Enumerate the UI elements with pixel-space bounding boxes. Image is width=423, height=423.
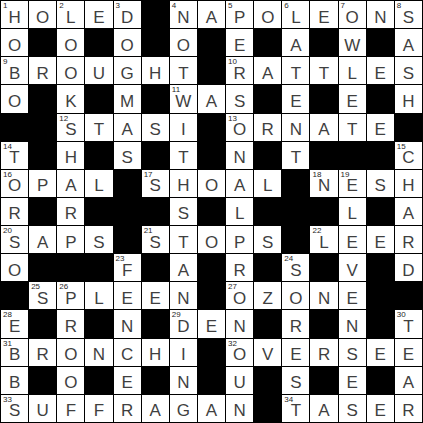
cell-r5c10[interactable]: T — [282, 142, 309, 169]
cell-letter: S — [346, 346, 357, 363]
cell-letter: E — [375, 234, 386, 251]
cell-letter: O — [8, 93, 21, 110]
cell-letter: S — [121, 149, 132, 166]
cell-r2c3[interactable]: U — [85, 57, 112, 84]
cell-r12c1[interactable]: R — [29, 339, 56, 366]
block-r7c5 — [142, 198, 169, 225]
block-r3c11 — [310, 85, 337, 112]
cell-letter: P — [65, 290, 76, 307]
clue-number: 3 — [116, 2, 120, 10]
cell-letter: R — [318, 346, 330, 363]
block-r11c13 — [367, 310, 394, 337]
cell-letter: L — [94, 290, 103, 307]
cell-r8c0[interactable]: 20S — [1, 226, 28, 253]
cell-r9c8[interactable]: R — [226, 254, 253, 281]
block-r13c13 — [367, 367, 394, 394]
cell-r14c1[interactable]: U — [29, 395, 56, 422]
cell-r6c7[interactable]: O — [198, 170, 225, 197]
block-r4c7 — [198, 114, 225, 141]
cell-r8c13[interactable]: E — [367, 226, 394, 253]
cell-r10c6[interactable]: N — [170, 282, 197, 309]
cell-letter: R — [8, 205, 20, 222]
block-r5c13 — [367, 142, 394, 169]
cell-r6c1[interactable]: P — [29, 170, 56, 197]
cell-r9c0[interactable]: O — [1, 254, 28, 281]
cell-r8c5[interactable]: 21S — [142, 226, 169, 253]
cell-r3c8[interactable]: S — [226, 85, 253, 112]
cell-r3c14[interactable]: H — [395, 85, 422, 112]
cell-r14c6[interactable]: G — [170, 395, 197, 422]
cell-letter: T — [94, 121, 104, 138]
cell-r10c2[interactable]: 26P — [57, 282, 84, 309]
cell-letter: H — [402, 93, 414, 110]
clue-number: 20 — [3, 227, 12, 235]
cell-letter: E — [375, 65, 386, 82]
cell-r3c2[interactable]: K — [57, 85, 84, 112]
cell-r6c0[interactable]: 16O — [1, 170, 28, 197]
cell-letter: I — [181, 346, 186, 363]
cell-r5c0[interactable]: 14T — [1, 142, 28, 169]
cell-r14c4[interactable]: R — [114, 395, 141, 422]
cell-r10c8[interactable]: 27O — [226, 282, 253, 309]
cell-r0c0[interactable]: 1H — [1, 1, 28, 28]
clue-number: 28 — [3, 311, 12, 319]
cell-r14c2[interactable]: F — [57, 395, 84, 422]
cell-r14c0[interactable]: 33S — [1, 395, 28, 422]
cell-letter: N — [177, 9, 189, 26]
cell-letter: S — [178, 205, 189, 222]
cell-letter: S — [150, 121, 161, 138]
cell-letter: T — [178, 234, 188, 251]
cell-letter: B — [9, 374, 20, 391]
cell-r2c12[interactable]: L — [339, 57, 366, 84]
clue-number: 17 — [144, 171, 153, 179]
cell-r6c2[interactable]: A — [57, 170, 84, 197]
cell-r2c8[interactable]: 10R — [226, 57, 253, 84]
clue-number: 19 — [341, 171, 350, 179]
block-r9c1 — [29, 254, 56, 281]
cell-letter: O — [346, 9, 359, 26]
cell-r8c7[interactable]: O — [198, 226, 225, 253]
clue-number: 15 — [397, 143, 406, 151]
cell-letter: T — [291, 65, 301, 82]
cell-r10c5[interactable]: E — [142, 282, 169, 309]
cell-letter: H — [149, 65, 161, 82]
cell-letter: S — [403, 9, 414, 26]
cell-r4c4[interactable]: A — [114, 114, 141, 141]
cell-r7c8[interactable]: L — [226, 198, 253, 225]
cell-letter: R — [37, 65, 49, 82]
cell-r13c14[interactable]: A — [395, 367, 422, 394]
cell-r11c6[interactable]: 29D — [170, 310, 197, 337]
cell-r1c14[interactable]: A — [395, 29, 422, 56]
cell-r8c3[interactable]: S — [85, 226, 112, 253]
cell-r7c12[interactable]: L — [339, 198, 366, 225]
cell-letter: R — [65, 318, 77, 335]
cell-r12c6[interactable]: I — [170, 339, 197, 366]
cell-r0c14[interactable]: 8S — [395, 1, 422, 28]
cell-letter: L — [66, 9, 75, 26]
cell-r8c14[interactable]: R — [395, 226, 422, 253]
cell-r13c12[interactable]: E — [339, 367, 366, 394]
block-r1c5 — [142, 29, 169, 56]
block-r11c11 — [310, 310, 337, 337]
cell-r12c4[interactable]: C — [114, 339, 141, 366]
block-r9c11 — [310, 254, 337, 281]
cell-r12c10[interactable]: E — [282, 339, 309, 366]
cell-r10c10[interactable]: O — [282, 282, 309, 309]
cell-r13c8[interactable]: U — [226, 367, 253, 394]
clue-number: 29 — [172, 311, 181, 319]
cell-r10c11[interactable]: N — [310, 282, 337, 309]
cell-r0c8[interactable]: 5P — [226, 1, 253, 28]
cell-r0c10[interactable]: 6L — [282, 1, 309, 28]
cell-r2c1[interactable]: R — [29, 57, 56, 84]
block-r4c14 — [395, 114, 422, 141]
cell-letter: G — [177, 402, 190, 419]
cell-letter: P — [234, 234, 245, 251]
cell-letter: E — [346, 374, 357, 391]
cell-r2c13[interactable]: E — [367, 57, 394, 84]
cell-letter: Z — [263, 290, 273, 307]
cell-r9c14[interactable]: D — [395, 254, 422, 281]
cell-r10c1[interactable]: 25S — [29, 282, 56, 309]
cell-r1c4[interactable]: O — [114, 29, 141, 56]
block-r7c11 — [310, 198, 337, 225]
clue-number: 13 — [228, 115, 237, 123]
cell-r4c11[interactable]: A — [310, 114, 337, 141]
cell-r3c0[interactable]: O — [1, 85, 28, 112]
cell-r14c11[interactable]: A — [310, 395, 337, 422]
cell-letter: S — [290, 374, 301, 391]
block-r1c3 — [85, 29, 112, 56]
cell-letter: O — [233, 290, 246, 307]
cell-r6c9[interactable]: L — [254, 170, 281, 197]
block-r5c1 — [29, 142, 56, 169]
block-r6c10 — [282, 170, 309, 197]
cell-letter: U — [37, 402, 49, 419]
block-r3c1 — [29, 85, 56, 112]
cell-r2c14[interactable]: S — [395, 57, 422, 84]
cell-r14c10[interactable]: 34T — [282, 395, 309, 422]
cell-letter: V — [262, 346, 273, 363]
cell-letter: L — [291, 9, 300, 26]
cell-r2c2[interactable]: O — [57, 57, 84, 84]
cell-r1c8[interactable]: E — [226, 29, 253, 56]
cell-r12c3[interactable]: N — [85, 339, 112, 366]
cell-r6c13[interactable]: S — [367, 170, 394, 197]
block-r10c14 — [395, 282, 422, 309]
cell-r1c2[interactable]: O — [57, 29, 84, 56]
cell-r11c12[interactable]: N — [339, 310, 366, 337]
cell-r14c12[interactable]: S — [339, 395, 366, 422]
cell-r0c6[interactable]: 4N — [170, 1, 197, 28]
cell-r4c5[interactable]: S — [142, 114, 169, 141]
cell-r6c3[interactable]: L — [85, 170, 112, 197]
cell-letter: E — [375, 346, 386, 363]
cell-r14c8[interactable]: N — [226, 395, 253, 422]
cell-r11c4[interactable]: N — [114, 310, 141, 337]
cell-letter: T — [319, 65, 329, 82]
cell-r1c10[interactable]: A — [282, 29, 309, 56]
cell-letter: A — [403, 374, 414, 391]
cell-r5c6[interactable]: T — [170, 142, 197, 169]
cell-letter: S — [37, 290, 48, 307]
cell-r0c3[interactable]: E — [85, 1, 112, 28]
cell-r9c12[interactable]: V — [339, 254, 366, 281]
cell-r12c14[interactable]: E — [395, 339, 422, 366]
cell-letter: L — [347, 205, 356, 222]
cell-r12c13[interactable]: E — [367, 339, 394, 366]
cell-r14c7[interactable]: A — [198, 395, 225, 422]
cell-r8c9[interactable]: S — [254, 226, 281, 253]
clue-number: 16 — [3, 171, 12, 179]
cell-r10c9[interactable]: Z — [254, 282, 281, 309]
cell-letter: E — [290, 346, 301, 363]
cell-r8c12[interactable]: E — [339, 226, 366, 253]
block-r1c7 — [198, 29, 225, 56]
cell-r12c2[interactable]: O — [57, 339, 84, 366]
cell-letter: N — [177, 290, 189, 307]
cell-r14c3[interactable]: F — [85, 395, 112, 422]
cell-r10c12[interactable]: E — [339, 282, 366, 309]
cell-letter: D — [121, 9, 133, 26]
block-r7c10 — [282, 198, 309, 225]
cell-letter: T — [9, 149, 19, 166]
cell-r6c6[interactable]: H — [170, 170, 197, 197]
cell-letter: W — [344, 37, 360, 54]
cell-r12c12[interactable]: S — [339, 339, 366, 366]
cell-r11c14[interactable]: 30T — [395, 310, 422, 337]
cell-letter: R — [233, 65, 245, 82]
clue-number: 18 — [312, 171, 321, 179]
block-r4c0 — [1, 114, 28, 141]
cell-r4c10[interactable]: N — [282, 114, 309, 141]
cell-r3c12[interactable]: E — [339, 85, 366, 112]
cell-r12c11[interactable]: R — [310, 339, 337, 366]
cell-r13c6[interactable]: N — [170, 367, 197, 394]
cell-r8c6[interactable]: T — [170, 226, 197, 253]
clue-number: 34 — [284, 396, 293, 404]
cell-letter: O — [64, 65, 77, 82]
cell-letter: E — [346, 234, 357, 251]
block-r3c3 — [85, 85, 112, 112]
cell-r12c9[interactable]: V — [254, 339, 281, 366]
block-r7c9 — [254, 198, 281, 225]
block-r3c5 — [142, 85, 169, 112]
cell-r11c2[interactable]: R — [57, 310, 84, 337]
cell-r0c1[interactable]: O — [29, 1, 56, 28]
cell-r3c4[interactable]: M — [114, 85, 141, 112]
cell-r4c9[interactable]: R — [254, 114, 281, 141]
cell-letter: E — [346, 93, 357, 110]
cell-r0c7[interactable]: A — [198, 1, 225, 28]
clue-number: 7 — [341, 2, 345, 10]
cell-r4c3[interactable]: T — [85, 114, 112, 141]
cell-r13c2[interactable]: O — [57, 367, 84, 394]
cell-r8c8[interactable]: P — [226, 226, 253, 253]
cell-r14c5[interactable]: A — [142, 395, 169, 422]
cell-r7c0[interactable]: R — [1, 198, 28, 225]
cell-letter: O — [64, 37, 77, 54]
cell-r13c10[interactable]: S — [282, 367, 309, 394]
cell-letter: T — [178, 149, 188, 166]
cell-letter: K — [65, 93, 76, 110]
cell-letter: O — [261, 9, 274, 26]
cell-r13c0[interactable]: B — [1, 367, 28, 394]
cell-r11c0[interactable]: 28E — [1, 310, 28, 337]
cell-letter: E — [346, 290, 357, 307]
cell-letter: H — [65, 149, 77, 166]
cell-r1c6[interactable]: O — [170, 29, 197, 56]
cell-letter: O — [205, 234, 218, 251]
clue-number: 30 — [397, 311, 406, 319]
cell-r12c5[interactable]: H — [142, 339, 169, 366]
cell-r11c8[interactable]: N — [226, 310, 253, 337]
cell-r0c12[interactable]: 7O — [339, 1, 366, 28]
cell-r4c6[interactable]: I — [170, 114, 197, 141]
cell-r8c1[interactable]: A — [29, 226, 56, 253]
block-r13c7 — [198, 367, 225, 394]
block-r9c2 — [57, 254, 84, 281]
cell-letter: S — [150, 177, 161, 194]
cell-letter: E — [9, 318, 20, 335]
cell-letter: A — [65, 177, 76, 194]
cell-letter: U — [93, 65, 105, 82]
cell-letter: A — [178, 262, 189, 279]
cell-letter: V — [346, 262, 357, 279]
cell-r5c2[interactable]: H — [57, 142, 84, 169]
cell-r8c11[interactable]: 22L — [310, 226, 337, 253]
block-r1c9 — [254, 29, 281, 56]
cell-letter: E — [346, 177, 357, 194]
cell-r10c4[interactable]: E — [114, 282, 141, 309]
cell-letter: P — [37, 177, 48, 194]
cell-r6c8[interactable]: A — [226, 170, 253, 197]
cell-r11c7[interactable]: E — [198, 310, 225, 337]
cell-letter: A — [318, 402, 329, 419]
cell-r3c10[interactable]: E — [282, 85, 309, 112]
cell-r1c12[interactable]: W — [339, 29, 366, 56]
cell-letter: O — [233, 346, 246, 363]
cell-r3c6[interactable]: 11W — [170, 85, 197, 112]
block-r11c5 — [142, 310, 169, 337]
cell-r0c9[interactable]: O — [254, 1, 281, 28]
cell-letter: B — [9, 346, 20, 363]
cell-r2c6[interactable]: T — [170, 57, 197, 84]
cell-letter: N — [233, 149, 245, 166]
clue-number: 27 — [228, 283, 237, 291]
cell-r11c10[interactable]: R — [282, 310, 309, 337]
cell-r0c13[interactable]: N — [367, 1, 394, 28]
cell-r10c3[interactable]: L — [85, 282, 112, 309]
cell-r2c5[interactable]: H — [142, 57, 169, 84]
cell-r7c6[interactable]: S — [170, 198, 197, 225]
cell-r8c2[interactable]: P — [57, 226, 84, 253]
block-r5c7 — [198, 142, 225, 169]
cell-r14c13[interactable]: E — [367, 395, 394, 422]
cell-letter: O — [233, 121, 246, 138]
cell-r6c12[interactable]: 19E — [339, 170, 366, 197]
cell-r1c0[interactable]: O — [1, 29, 28, 56]
block-r2c7 — [198, 57, 225, 84]
cell-r9c6[interactable]: A — [170, 254, 197, 281]
cell-r4c2[interactable]: 12S — [57, 114, 84, 141]
cell-r2c10[interactable]: T — [282, 57, 309, 84]
cell-r13c4[interactable]: E — [114, 367, 141, 394]
cell-r12c8[interactable]: 32O — [226, 339, 253, 366]
block-r7c7 — [198, 198, 225, 225]
cell-letter: F — [66, 402, 76, 419]
cell-letter: R — [37, 346, 49, 363]
cell-letter: S — [346, 402, 357, 419]
cell-r6c14[interactable]: H — [395, 170, 422, 197]
cell-letter: T — [403, 318, 413, 335]
cell-letter: O — [120, 37, 133, 54]
cell-letter: B — [9, 65, 20, 82]
cell-r9c10[interactable]: 24S — [282, 254, 309, 281]
clue-number: 1 — [3, 2, 7, 10]
cell-letter: S — [234, 93, 245, 110]
cell-r6c11[interactable]: 18N — [310, 170, 337, 197]
cell-r2c11[interactable]: T — [310, 57, 337, 84]
cell-r5c8[interactable]: N — [226, 142, 253, 169]
cell-r0c11[interactable]: E — [310, 1, 337, 28]
cell-letter: H — [177, 177, 189, 194]
block-r9c3 — [85, 254, 112, 281]
cell-letter: S — [375, 177, 386, 194]
cell-r3c7[interactable]: A — [198, 85, 225, 112]
cell-r0c2[interactable]: 2L — [57, 1, 84, 28]
cell-r4c13[interactable]: E — [367, 114, 394, 141]
cell-r2c0[interactable]: 9B — [1, 57, 28, 84]
cell-letter: H — [149, 346, 161, 363]
cell-letter: R — [233, 262, 245, 279]
cell-r4c8[interactable]: 13O — [226, 114, 253, 141]
cell-letter: A — [403, 37, 414, 54]
cell-r2c9[interactable]: A — [254, 57, 281, 84]
cell-letter: S — [150, 234, 161, 251]
cell-letter: A — [262, 65, 273, 82]
cell-letter: R — [290, 318, 302, 335]
cell-letter: T — [347, 121, 357, 138]
cell-letter: O — [177, 37, 190, 54]
cell-r5c4[interactable]: S — [114, 142, 141, 169]
cell-letter: N — [346, 318, 358, 335]
cell-r2c4[interactable]: G — [114, 57, 141, 84]
block-r7c1 — [29, 198, 56, 225]
cell-letter: N — [93, 346, 105, 363]
cell-r0c4[interactable]: 3D — [114, 1, 141, 28]
cell-letter: S — [65, 121, 76, 138]
cell-r4c12[interactable]: T — [339, 114, 366, 141]
cell-letter: F — [94, 402, 104, 419]
cell-r5c14[interactable]: 15C — [395, 142, 422, 169]
cell-r7c14[interactable]: A — [395, 198, 422, 225]
clue-number: 24 — [284, 255, 293, 263]
clue-number: 23 — [116, 255, 125, 263]
cell-letter: I — [181, 121, 186, 138]
cell-r14c14[interactable]: R — [395, 395, 422, 422]
cell-r12c0[interactable]: 31B — [1, 339, 28, 366]
cell-r7c2[interactable]: R — [57, 198, 84, 225]
cell-letter: A — [37, 234, 48, 251]
cell-letter: D — [177, 318, 189, 335]
cell-letter: E — [150, 290, 161, 307]
cell-r6c5[interactable]: 17S — [142, 170, 169, 197]
cell-letter: E — [375, 402, 386, 419]
cell-r9c4[interactable]: 23F — [114, 254, 141, 281]
